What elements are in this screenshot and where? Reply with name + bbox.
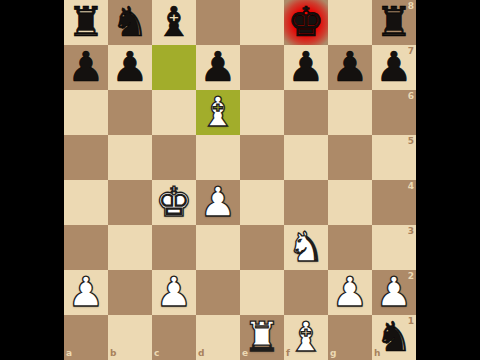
white-pawn-a2[interactable]: ♟	[64, 270, 108, 315]
square-g3[interactable]	[328, 225, 372, 270]
black-king-f8[interactable]: ♚	[284, 0, 328, 45]
square-c8[interactable]: ♝	[152, 0, 196, 45]
square-f2[interactable]	[284, 270, 328, 315]
rank-label-5: 5	[408, 137, 414, 146]
square-f8[interactable]: ♚	[284, 0, 328, 45]
square-h6[interactable]: 6	[372, 90, 416, 135]
square-e8[interactable]	[240, 0, 284, 45]
square-e3[interactable]	[240, 225, 284, 270]
square-h2[interactable]: ♟2	[372, 270, 416, 315]
square-g5[interactable]	[328, 135, 372, 180]
square-d3[interactable]	[196, 225, 240, 270]
square-d7[interactable]: ♟	[196, 45, 240, 90]
rank-label-6: 6	[408, 92, 414, 101]
square-d1[interactable]: d	[196, 315, 240, 360]
white-pawn-g2[interactable]: ♟	[328, 270, 372, 315]
file-label-b: b	[110, 349, 116, 358]
square-c2[interactable]: ♟	[152, 270, 196, 315]
square-h8[interactable]: ♜8	[372, 0, 416, 45]
square-f4[interactable]	[284, 180, 328, 225]
chess-board[interactable]: ♜♞♝♚♜8♟♟♟♟♟♟7♝65♚♟4♞3♟♟♟♟2abcd♜e♝fg♞h1	[64, 0, 416, 360]
square-d6[interactable]: ♝	[196, 90, 240, 135]
square-c7[interactable]	[152, 45, 196, 90]
black-pawn-b7[interactable]: ♟	[108, 45, 152, 90]
black-pawn-a7[interactable]: ♟	[64, 45, 108, 90]
square-c3[interactable]	[152, 225, 196, 270]
black-pawn-g7[interactable]: ♟	[328, 45, 372, 90]
square-g1[interactable]: g	[328, 315, 372, 360]
square-h5[interactable]: 5	[372, 135, 416, 180]
white-pawn-d4[interactable]: ♟	[196, 180, 240, 225]
black-rook-h8[interactable]: ♜	[372, 0, 416, 45]
rank-label-3: 3	[408, 227, 414, 236]
square-f1[interactable]: ♝f	[284, 315, 328, 360]
square-f7[interactable]: ♟	[284, 45, 328, 90]
square-e4[interactable]	[240, 180, 284, 225]
square-e6[interactable]	[240, 90, 284, 135]
square-d2[interactable]	[196, 270, 240, 315]
square-c1[interactable]: c	[152, 315, 196, 360]
black-bishop-c8[interactable]: ♝	[152, 0, 196, 45]
square-b5[interactable]	[108, 135, 152, 180]
square-a8[interactable]: ♜	[64, 0, 108, 45]
square-d8[interactable]	[196, 0, 240, 45]
black-knight-h1[interactable]: ♞	[372, 315, 416, 360]
file-label-a: a	[66, 349, 72, 358]
file-label-d: d	[198, 349, 204, 358]
square-b3[interactable]	[108, 225, 152, 270]
white-pawn-c2[interactable]: ♟	[152, 270, 196, 315]
square-h1[interactable]: ♞h1	[372, 315, 416, 360]
square-b2[interactable]	[108, 270, 152, 315]
video-frame: ♜♞♝♚♜8♟♟♟♟♟♟7♝65♚♟4♞3♟♟♟♟2abcd♜e♝fg♞h1	[0, 0, 480, 360]
file-label-c: c	[154, 349, 159, 358]
square-g4[interactable]	[328, 180, 372, 225]
white-pawn-h2[interactable]: ♟	[372, 270, 416, 315]
black-pawn-f7[interactable]: ♟	[284, 45, 328, 90]
square-g7[interactable]: ♟	[328, 45, 372, 90]
letterbox-left	[0, 0, 64, 360]
square-a5[interactable]	[64, 135, 108, 180]
square-c6[interactable]	[152, 90, 196, 135]
square-g2[interactable]: ♟	[328, 270, 372, 315]
square-e1[interactable]: ♜e	[240, 315, 284, 360]
square-b1[interactable]: b	[108, 315, 152, 360]
square-f5[interactable]	[284, 135, 328, 180]
square-b7[interactable]: ♟	[108, 45, 152, 90]
letterbox-right	[416, 0, 480, 360]
square-d4[interactable]: ♟	[196, 180, 240, 225]
square-e2[interactable]	[240, 270, 284, 315]
white-bishop-d6[interactable]: ♝	[196, 90, 240, 135]
black-pawn-d7[interactable]: ♟	[196, 45, 240, 90]
square-d5[interactable]	[196, 135, 240, 180]
black-knight-b8[interactable]: ♞	[108, 0, 152, 45]
black-pawn-h7[interactable]: ♟	[372, 45, 416, 90]
square-f6[interactable]	[284, 90, 328, 135]
square-a3[interactable]	[64, 225, 108, 270]
square-c4[interactable]: ♚	[152, 180, 196, 225]
square-h7[interactable]: ♟7	[372, 45, 416, 90]
square-a2[interactable]: ♟	[64, 270, 108, 315]
square-f3[interactable]: ♞	[284, 225, 328, 270]
rank-label-4: 4	[408, 182, 414, 191]
square-g6[interactable]	[328, 90, 372, 135]
square-b4[interactable]	[108, 180, 152, 225]
black-rook-a8[interactable]: ♜	[64, 0, 108, 45]
white-king-c4[interactable]: ♚	[152, 180, 196, 225]
file-label-g: g	[330, 349, 336, 358]
square-a7[interactable]: ♟	[64, 45, 108, 90]
square-b6[interactable]	[108, 90, 152, 135]
square-e7[interactable]	[240, 45, 284, 90]
square-a1[interactable]: a	[64, 315, 108, 360]
square-h3[interactable]: 3	[372, 225, 416, 270]
square-h4[interactable]: 4	[372, 180, 416, 225]
square-c5[interactable]	[152, 135, 196, 180]
white-knight-f3[interactable]: ♞	[284, 225, 328, 270]
white-rook-e1[interactable]: ♜	[240, 315, 284, 360]
square-g8[interactable]	[328, 0, 372, 45]
white-bishop-f1[interactable]: ♝	[284, 315, 328, 360]
square-e5[interactable]	[240, 135, 284, 180]
square-a4[interactable]	[64, 180, 108, 225]
square-a6[interactable]	[64, 90, 108, 135]
square-b8[interactable]: ♞	[108, 0, 152, 45]
